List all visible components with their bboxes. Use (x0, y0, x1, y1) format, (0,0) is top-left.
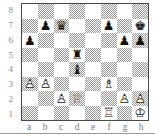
square-e8 (85, 4, 101, 19)
square-f8 (101, 4, 117, 19)
white-pawn: ♟♙ (56, 92, 68, 105)
file-label: g (117, 121, 133, 133)
chess-board: ♟♛♟♚♟♟♟♜♝♟♙♟♙♝♗♟♙♛♕♟♙♟♙♜♖♚♔ (21, 3, 149, 121)
square-f6 (101, 33, 117, 48)
square-d7 (69, 19, 85, 34)
square-f3: ♝♗ (101, 77, 117, 92)
black-pawn: ♟ (24, 34, 36, 47)
square-f7: ♟ (101, 19, 117, 34)
white-bishop: ♝♗ (103, 77, 115, 90)
square-b7: ♟ (38, 19, 54, 34)
chess-diagram: 8 7 6 5 4 3 2 1 ♟♛♟♚♟♟♟♜♝♟♙♟♙♝♗♟♙♛♕♟♙♟♙♜… (0, 0, 155, 136)
black-pawn: ♟ (103, 19, 115, 32)
square-c2: ♟♙ (54, 91, 70, 106)
square-d1 (69, 106, 85, 121)
file-label: e (85, 121, 101, 133)
file-label: c (53, 121, 69, 133)
square-h6: ♟ (132, 33, 148, 48)
square-e3 (85, 77, 101, 92)
file-labels: a b c d e f g h (21, 121, 149, 133)
square-a5 (22, 48, 38, 63)
white-pawn: ♟♙ (119, 92, 131, 105)
rank-label: 5 (0, 47, 18, 62)
rank-label: 4 (0, 62, 18, 77)
square-g3 (117, 77, 133, 92)
square-b5 (38, 48, 54, 63)
file-label: f (101, 121, 117, 133)
square-b8 (38, 4, 54, 19)
black-queen: ♛ (56, 19, 68, 32)
file-label: h (133, 121, 149, 133)
black-bishop: ♝ (71, 63, 83, 76)
square-h2: ♟♙ (132, 91, 148, 106)
square-c7: ♛ (54, 19, 70, 34)
square-g6: ♟ (117, 33, 133, 48)
white-rook: ♜♖ (103, 106, 115, 119)
square-f1: ♜♖ (101, 106, 117, 121)
square-f5 (101, 48, 117, 63)
square-g7 (117, 19, 133, 34)
square-e1 (85, 106, 101, 121)
square-h8 (132, 4, 148, 19)
white-pawn: ♟♙ (40, 77, 52, 90)
rank-label: 7 (0, 18, 18, 33)
square-d8 (69, 4, 85, 19)
square-h7: ♚ (132, 19, 148, 34)
square-a8 (22, 4, 38, 19)
rank-labels: 8 7 6 5 4 3 2 1 (0, 3, 18, 121)
square-c8 (54, 4, 70, 19)
square-e4 (85, 62, 101, 77)
square-b1 (38, 106, 54, 121)
square-c6 (54, 33, 70, 48)
white-king: ♚♔ (134, 106, 146, 119)
square-d5: ♜ (69, 48, 85, 63)
square-e6 (85, 33, 101, 48)
rank-label: 6 (0, 33, 18, 48)
square-g1 (117, 106, 133, 121)
square-b3: ♟♙ (38, 77, 54, 92)
square-a7 (22, 19, 38, 34)
square-d6 (69, 33, 85, 48)
square-e5 (85, 48, 101, 63)
rank-label: 3 (0, 77, 18, 92)
square-a4 (22, 62, 38, 77)
black-pawn: ♟ (40, 19, 52, 32)
square-h3 (132, 77, 148, 92)
rank-label: 1 (0, 106, 18, 121)
square-h5 (132, 48, 148, 63)
file-label: d (69, 121, 85, 133)
square-h4 (132, 62, 148, 77)
white-queen: ♛♕ (71, 92, 83, 105)
rank-label: 2 (0, 92, 18, 107)
square-c3 (54, 77, 70, 92)
square-b2 (38, 91, 54, 106)
black-pawn: ♟ (119, 34, 131, 47)
file-label: a (21, 121, 37, 133)
square-a1 (22, 106, 38, 121)
square-a3: ♟♙ (22, 77, 38, 92)
square-f2 (101, 91, 117, 106)
rank-label: 8 (0, 3, 18, 18)
black-pawn: ♟ (134, 34, 146, 47)
square-g8 (117, 4, 133, 19)
square-e7 (85, 19, 101, 34)
square-d2: ♛♕ (69, 91, 85, 106)
white-pawn: ♟♙ (134, 92, 146, 105)
square-g4 (117, 62, 133, 77)
file-label: b (37, 121, 53, 133)
square-b6 (38, 33, 54, 48)
square-g2: ♟♙ (117, 91, 133, 106)
black-king: ♚ (134, 19, 146, 32)
square-a6: ♟ (22, 33, 38, 48)
square-c1 (54, 106, 70, 121)
black-rook: ♜ (71, 48, 83, 61)
square-a2 (22, 91, 38, 106)
square-h1: ♚♔ (132, 106, 148, 121)
square-g5 (117, 48, 133, 63)
square-b4 (38, 62, 54, 77)
square-d3 (69, 77, 85, 92)
square-c4 (54, 62, 70, 77)
white-pawn: ♟♙ (24, 77, 36, 90)
square-e2 (85, 91, 101, 106)
square-f4 (101, 62, 117, 77)
page-rule-line (0, 133, 155, 134)
square-d4: ♝ (69, 62, 85, 77)
square-c5 (54, 48, 70, 63)
